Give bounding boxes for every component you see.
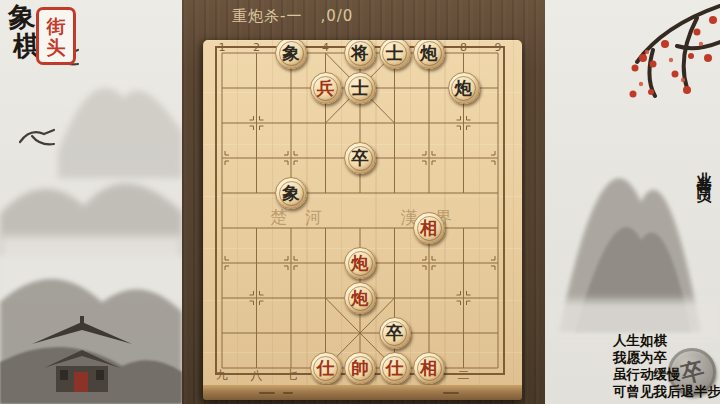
piece-glyph: 仕	[311, 353, 341, 383]
poem-text-block: 人生如棋我愿为卒虽行动缓慢可曾见我后退半步	[613, 332, 720, 400]
board-surface[interactable]: 楚 河漢 界 123456789 九八七六五四三二一 象将士炮兵士炮卒象相炮炮卒…	[203, 40, 522, 385]
poem-line: 虽行动缓慢	[613, 366, 720, 383]
piece-red-advisor[interactable]: 仕	[310, 352, 342, 384]
wood-grain-mark	[283, 392, 293, 394]
piece-glyph: 炮	[449, 73, 479, 103]
poem-line: 可曾见我后退半步	[613, 383, 720, 400]
piece-glyph: 卒	[345, 143, 375, 173]
xiangqi-board[interactable]: 楚 河漢 界 123456789 九八七六五四三二一 象将士炮兵士炮卒象相炮炮卒…	[203, 40, 522, 400]
piece-black-elephant[interactable]: 象	[275, 177, 307, 209]
piece-glyph: 士	[380, 40, 410, 68]
piece-glyph: 炮	[345, 283, 375, 313]
piece-black-advisor[interactable]: 士	[379, 40, 411, 69]
poem-line: 我愿为卒	[613, 349, 720, 366]
piece-glyph: 炮	[414, 40, 444, 68]
puzzle-score: ,0/0	[320, 7, 353, 26]
piece-glyph: 炮	[345, 248, 375, 278]
puzzle-title: 重炮杀-一	[232, 7, 302, 26]
piece-glyph: 相	[414, 353, 444, 383]
piece-black-cannon[interactable]: 炮	[413, 40, 445, 69]
piece-black-cannon[interactable]: 炮	[448, 72, 480, 104]
piece-black-soldier[interactable]: 卒	[379, 317, 411, 349]
piece-glyph: 相	[414, 213, 444, 243]
piece-glyph: 象	[276, 178, 306, 208]
pieces-layer: 象将士炮兵士炮卒象相炮炮卒仕帥仕相	[203, 40, 522, 385]
xiangqi-app: 象 棋 街 头	[0, 0, 720, 404]
puzzle-title-bar: 重炮杀-一 ,0/0	[232, 7, 353, 26]
piece-glyph: 将	[345, 40, 375, 68]
wood-grain-mark	[443, 392, 459, 394]
piece-red-advisor[interactable]: 仕	[379, 352, 411, 384]
piece-red-elephant[interactable]: 相	[413, 352, 445, 384]
piece-glyph: 士	[345, 73, 375, 103]
seal-char-tou: 头	[47, 37, 66, 57]
piece-red-general[interactable]: 帥	[344, 352, 376, 384]
piece-glyph: 兵	[311, 73, 341, 103]
piece-red-cannon[interactable]: 炮	[344, 282, 376, 314]
game-area: 重炮杀-一 ,0/0 楚 河漢 界 123456789 九八七六五四三二一 象将…	[182, 0, 545, 404]
piece-black-general[interactable]: 将	[344, 40, 376, 69]
board-front-edge	[203, 385, 522, 400]
piece-red-cannon[interactable]: 炮	[344, 247, 376, 279]
piece-red-elephant[interactable]: 相	[413, 212, 445, 244]
red-seal-stamp: 街 头	[36, 7, 76, 65]
player-name-label: 业叁守門员	[694, 160, 713, 180]
piece-glyph: 帥	[345, 353, 375, 383]
piece-red-soldier[interactable]: 兵	[310, 72, 342, 104]
piece-black-soldier[interactable]: 卒	[344, 142, 376, 174]
poem-line: 人生如棋	[613, 332, 720, 349]
piece-glyph: 卒	[380, 318, 410, 348]
seal-char-jie: 街	[47, 16, 66, 36]
piece-glyph: 仕	[380, 353, 410, 383]
plum-blossom-illustration	[630, 6, 720, 98]
wood-grain-mark	[259, 392, 275, 394]
piece-black-elephant[interactable]: 象	[275, 40, 307, 69]
logo-char-xiang: 象	[7, 2, 36, 31]
left-art-panel: 象 棋 街 头	[0, 0, 182, 404]
piece-glyph: 象	[276, 40, 306, 68]
piece-black-advisor[interactable]: 士	[344, 72, 376, 104]
